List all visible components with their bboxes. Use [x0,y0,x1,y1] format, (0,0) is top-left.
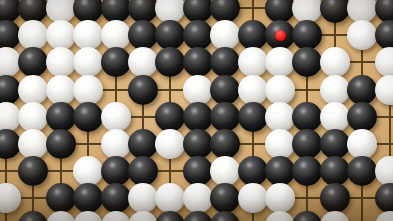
white-stone[interactable] [73,75,103,105]
black-stone[interactable] [183,211,213,221]
empty-intersection[interactable] [0,162,15,180]
empty-intersection[interactable] [353,189,371,207]
black-stone[interactable] [292,129,322,159]
white-stone[interactable] [128,211,158,221]
empty-intersection[interactable] [161,162,179,180]
black-stone[interactable] [320,183,350,213]
black-stone[interactable] [18,156,48,186]
white-stone[interactable] [101,102,131,132]
white-stone[interactable] [265,183,295,213]
black-stone[interactable] [210,129,240,159]
black-stone[interactable] [73,102,103,132]
white-stone[interactable] [101,20,131,50]
white-stone[interactable] [375,211,393,221]
white-stone[interactable] [210,20,240,50]
black-stone[interactable] [320,129,350,159]
black-stone[interactable] [46,102,76,132]
empty-intersection[interactable] [298,81,316,99]
white-stone[interactable] [320,47,350,77]
black-stone[interactable] [347,75,377,105]
go-board [0,0,393,221]
white-stone[interactable] [101,129,131,159]
white-stone[interactable] [101,211,131,221]
black-stone[interactable] [73,183,103,213]
black-stone[interactable] [128,75,158,105]
white-stone[interactable] [18,20,48,50]
empty-intersection[interactable] [326,26,344,44]
black-stone[interactable] [128,129,158,159]
black-stone[interactable] [155,211,185,221]
white-stone[interactable] [46,75,76,105]
white-stone[interactable] [46,20,76,50]
black-stone[interactable] [347,156,377,186]
white-stone[interactable] [320,211,350,221]
black-stone[interactable] [155,20,185,50]
white-stone[interactable] [347,20,377,50]
white-stone[interactable] [73,211,103,221]
black-stone[interactable] [46,129,76,159]
black-stone[interactable] [183,129,213,159]
empty-intersection[interactable] [353,217,371,221]
white-stone[interactable] [73,47,103,77]
black-stone[interactable] [292,102,322,132]
white-stone[interactable] [183,75,213,105]
empty-intersection[interactable] [298,189,316,207]
white-stone[interactable] [375,156,393,186]
black-stone[interactable] [155,47,185,77]
black-stone[interactable] [210,102,240,132]
black-stone[interactable] [210,75,240,105]
black-stone[interactable] [292,211,322,221]
black-stone[interactable] [292,20,322,50]
black-stone[interactable] [210,183,240,213]
white-stone[interactable] [155,129,185,159]
black-stone[interactable] [46,183,76,213]
empty-intersection[interactable] [79,135,97,153]
black-stone[interactable] [101,47,131,77]
white-stone[interactable] [18,102,48,132]
white-stone[interactable] [265,75,295,105]
empty-intersection[interactable] [107,81,125,99]
empty-intersection[interactable] [52,162,70,180]
white-stone[interactable] [128,47,158,77]
white-stone[interactable] [320,102,350,132]
black-stone[interactable] [210,211,240,221]
white-stone[interactable] [18,129,48,159]
black-stone[interactable] [238,20,268,50]
empty-intersection[interactable] [0,217,15,221]
white-stone[interactable] [347,129,377,159]
black-stone[interactable] [238,102,268,132]
white-stone[interactable] [265,211,295,221]
empty-intersection[interactable] [244,0,262,17]
white-stone[interactable] [375,75,393,105]
empty-intersection[interactable] [353,53,371,71]
black-stone[interactable] [238,156,268,186]
black-stone[interactable] [128,156,158,186]
empty-intersection[interactable] [24,189,42,207]
go-game-screenshot [0,0,393,221]
empty-intersection[interactable] [161,81,179,99]
black-stone[interactable] [18,47,48,77]
black-stone[interactable] [128,20,158,50]
empty-intersection[interactable] [244,217,262,221]
white-stone[interactable] [375,47,393,77]
black-stone[interactable] [375,20,393,50]
empty-intersection[interactable] [381,135,393,153]
empty-intersection[interactable] [244,135,262,153]
black-stone[interactable] [320,156,350,186]
black-stone[interactable] [347,102,377,132]
black-stone[interactable] [375,183,393,213]
white-stone[interactable] [265,47,295,77]
black-stone[interactable] [292,156,322,186]
white-stone[interactable] [238,183,268,213]
white-stone[interactable] [0,183,21,213]
black-stone[interactable] [320,0,350,23]
black-stone[interactable] [183,47,213,77]
white-stone[interactable] [155,183,185,213]
black-stone[interactable] [210,47,240,77]
black-stone[interactable] [265,156,295,186]
white-stone[interactable] [73,156,103,186]
black-stone[interactable] [183,102,213,132]
black-stone[interactable] [101,156,131,186]
black-stone[interactable] [155,102,185,132]
white-stone[interactable] [128,183,158,213]
white-stone[interactable] [18,75,48,105]
white-stone[interactable] [265,102,295,132]
black-stone[interactable] [183,20,213,50]
black-stone[interactable] [183,156,213,186]
black-stone[interactable] [18,211,48,221]
empty-intersection[interactable] [381,108,393,126]
black-stone[interactable] [292,47,322,77]
white-stone[interactable] [238,47,268,77]
white-stone[interactable] [210,156,240,186]
white-stone[interactable] [183,183,213,213]
white-stone[interactable] [320,75,350,105]
white-stone[interactable] [73,20,103,50]
white-stone[interactable] [46,211,76,221]
white-stone[interactable] [46,47,76,77]
white-stone[interactable] [238,75,268,105]
white-stone[interactable] [265,129,295,159]
black-stone[interactable] [101,183,131,213]
last-move-marker [275,30,286,41]
empty-intersection[interactable] [134,108,152,126]
